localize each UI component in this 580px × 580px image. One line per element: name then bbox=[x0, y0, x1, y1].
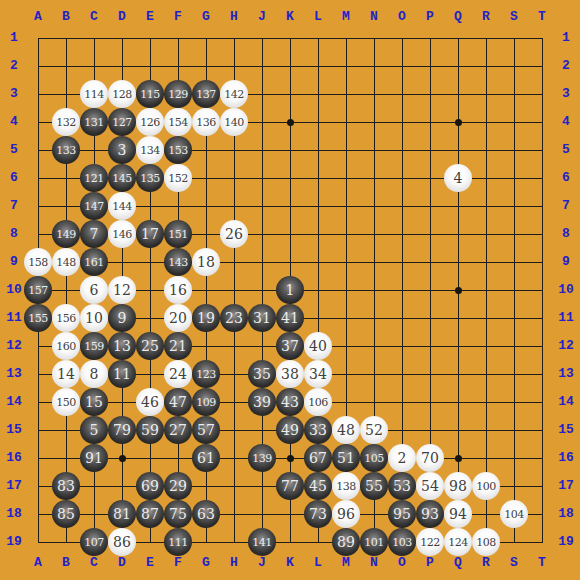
col-label-bottom-H: H bbox=[222, 554, 246, 572]
stone-black-J14[interactable]: 39 bbox=[248, 388, 276, 416]
stone-black-F5[interactable]: 153 bbox=[164, 136, 192, 164]
col-label-bottom-D: D bbox=[110, 554, 134, 572]
row-label-right-3: 3 bbox=[554, 85, 578, 103]
stone-white-Q19[interactable]: 124 bbox=[444, 528, 472, 556]
stone-black-C9[interactable]: 161 bbox=[80, 248, 108, 276]
stone-white-P19[interactable]: 122 bbox=[416, 528, 444, 556]
stone-white-E14[interactable]: 46 bbox=[136, 388, 164, 416]
stone-black-K15[interactable]: 49 bbox=[276, 416, 304, 444]
stone-white-G4[interactable]: 136 bbox=[192, 108, 220, 136]
stone-white-S18[interactable]: 104 bbox=[500, 500, 528, 528]
stone-black-K14[interactable]: 43 bbox=[276, 388, 304, 416]
row-label-left-11: 11 bbox=[2, 309, 26, 327]
col-label-top-D: D bbox=[110, 8, 134, 26]
row-label-right-9: 9 bbox=[554, 253, 578, 271]
row-label-right-16: 16 bbox=[554, 449, 578, 467]
stone-black-M19[interactable]: 89 bbox=[332, 528, 360, 556]
row-label-right-18: 18 bbox=[554, 505, 578, 523]
row-label-right-2: 2 bbox=[554, 57, 578, 75]
stone-black-L18[interactable]: 73 bbox=[304, 500, 332, 528]
stone-black-G15[interactable]: 57 bbox=[192, 416, 220, 444]
stone-black-G13[interactable]: 123 bbox=[192, 360, 220, 388]
stone-black-C16[interactable]: 91 bbox=[80, 444, 108, 472]
stone-white-D7[interactable]: 144 bbox=[108, 192, 136, 220]
row-label-right-19: 19 bbox=[554, 533, 578, 551]
stone-white-L14[interactable]: 106 bbox=[304, 388, 332, 416]
row-label-left-19: 19 bbox=[2, 533, 26, 551]
row-label-left-18: 18 bbox=[2, 505, 26, 523]
stone-white-G9[interactable]: 18 bbox=[192, 248, 220, 276]
stone-black-J19[interactable]: 141 bbox=[248, 528, 276, 556]
stone-black-F15[interactable]: 27 bbox=[164, 416, 192, 444]
stone-black-D5[interactable]: 3 bbox=[108, 136, 136, 164]
stone-black-F18[interactable]: 75 bbox=[164, 500, 192, 528]
stone-black-K10[interactable]: 1 bbox=[276, 276, 304, 304]
stone-white-K13[interactable]: 38 bbox=[276, 360, 304, 388]
col-label-bottom-R: R bbox=[474, 554, 498, 572]
stone-black-P18[interactable]: 93 bbox=[416, 500, 444, 528]
col-label-top-L: L bbox=[306, 8, 330, 26]
row-label-left-16: 16 bbox=[2, 449, 26, 467]
col-label-top-G: G bbox=[194, 8, 218, 26]
stone-white-P17[interactable]: 54 bbox=[416, 472, 444, 500]
stone-black-G18[interactable]: 63 bbox=[192, 500, 220, 528]
stone-black-B18[interactable]: 85 bbox=[52, 500, 80, 528]
star-point-K4 bbox=[287, 119, 294, 126]
stone-black-O18[interactable]: 95 bbox=[388, 500, 416, 528]
stone-white-M18[interactable]: 96 bbox=[332, 500, 360, 528]
stone-black-B8[interactable]: 149 bbox=[52, 220, 80, 248]
col-label-top-H: H bbox=[222, 8, 246, 26]
stone-black-L16[interactable]: 67 bbox=[304, 444, 332, 472]
stone-white-B12[interactable]: 160 bbox=[52, 332, 80, 360]
stone-white-C3[interactable]: 114 bbox=[80, 80, 108, 108]
col-label-bottom-O: O bbox=[390, 554, 414, 572]
stone-black-D12[interactable]: 13 bbox=[108, 332, 136, 360]
col-label-top-F: F bbox=[166, 8, 190, 26]
stone-black-C15[interactable]: 5 bbox=[80, 416, 108, 444]
row-label-left-3: 3 bbox=[2, 85, 26, 103]
stone-white-H3[interactable]: 142 bbox=[220, 80, 248, 108]
row-label-left-13: 13 bbox=[2, 365, 26, 383]
stone-black-E3[interactable]: 115 bbox=[136, 80, 164, 108]
stone-white-E5[interactable]: 134 bbox=[136, 136, 164, 164]
col-label-top-A: A bbox=[26, 8, 50, 26]
stone-black-B17[interactable]: 83 bbox=[52, 472, 80, 500]
stone-white-A9[interactable]: 158 bbox=[24, 248, 52, 276]
row-label-left-2: 2 bbox=[2, 57, 26, 75]
stone-white-R17[interactable]: 100 bbox=[472, 472, 500, 500]
stone-black-B5[interactable]: 133 bbox=[52, 136, 80, 164]
row-label-right-13: 13 bbox=[554, 365, 578, 383]
stone-black-F8[interactable]: 151 bbox=[164, 220, 192, 248]
stone-black-J16[interactable]: 139 bbox=[248, 444, 276, 472]
stone-white-B4[interactable]: 132 bbox=[52, 108, 80, 136]
stone-black-H11[interactable]: 23 bbox=[220, 304, 248, 332]
col-label-top-B: B bbox=[54, 8, 78, 26]
stone-white-D8[interactable]: 146 bbox=[108, 220, 136, 248]
row-label-right-4: 4 bbox=[554, 113, 578, 131]
stone-white-D10[interactable]: 12 bbox=[108, 276, 136, 304]
row-label-right-6: 6 bbox=[554, 169, 578, 187]
stone-black-C4[interactable]: 131 bbox=[80, 108, 108, 136]
stone-black-A11[interactable]: 155 bbox=[24, 304, 52, 332]
stone-white-B13[interactable]: 14 bbox=[52, 360, 80, 388]
row-label-left-10: 10 bbox=[2, 281, 26, 299]
row-label-right-17: 17 bbox=[554, 477, 578, 495]
stone-black-E18[interactable]: 87 bbox=[136, 500, 164, 528]
stone-black-K11[interactable]: 41 bbox=[276, 304, 304, 332]
stone-white-M17[interactable]: 138 bbox=[332, 472, 360, 500]
stone-black-O19[interactable]: 103 bbox=[388, 528, 416, 556]
row-label-left-6: 6 bbox=[2, 169, 26, 187]
row-label-right-7: 7 bbox=[554, 197, 578, 215]
stone-white-B9[interactable]: 148 bbox=[52, 248, 80, 276]
stone-black-F12[interactable]: 21 bbox=[164, 332, 192, 360]
col-label-bottom-A: A bbox=[26, 554, 50, 572]
col-label-top-M: M bbox=[334, 8, 358, 26]
stone-white-C11[interactable]: 10 bbox=[80, 304, 108, 332]
stone-white-L13[interactable]: 34 bbox=[304, 360, 332, 388]
stone-white-F4[interactable]: 154 bbox=[164, 108, 192, 136]
row-label-left-4: 4 bbox=[2, 113, 26, 131]
col-label-top-N: N bbox=[362, 8, 386, 26]
col-label-bottom-G: G bbox=[194, 554, 218, 572]
stone-black-J11[interactable]: 31 bbox=[248, 304, 276, 332]
stone-black-K12[interactable]: 37 bbox=[276, 332, 304, 360]
row-label-right-11: 11 bbox=[554, 309, 578, 327]
row-label-left-14: 14 bbox=[2, 393, 26, 411]
stone-white-C10[interactable]: 6 bbox=[80, 276, 108, 304]
stone-black-E6[interactable]: 135 bbox=[136, 164, 164, 192]
stone-white-F10[interactable]: 16 bbox=[164, 276, 192, 304]
row-label-right-1: 1 bbox=[554, 29, 578, 47]
stone-white-M15[interactable]: 48 bbox=[332, 416, 360, 444]
stone-black-E15[interactable]: 59 bbox=[136, 416, 164, 444]
stone-black-G11[interactable]: 19 bbox=[192, 304, 220, 332]
stone-white-D3[interactable]: 128 bbox=[108, 80, 136, 108]
col-label-top-C: C bbox=[82, 8, 106, 26]
star-point-Q10 bbox=[455, 287, 462, 294]
stone-black-D13[interactable]: 11 bbox=[108, 360, 136, 388]
stone-black-J13[interactable]: 35 bbox=[248, 360, 276, 388]
stone-black-N17[interactable]: 55 bbox=[360, 472, 388, 500]
stone-black-K17[interactable]: 77 bbox=[276, 472, 304, 500]
stone-white-B14[interactable]: 150 bbox=[52, 388, 80, 416]
stone-black-F17[interactable]: 29 bbox=[164, 472, 192, 500]
stone-black-F19[interactable]: 111 bbox=[164, 528, 192, 556]
row-label-left-17: 17 bbox=[2, 477, 26, 495]
stone-black-L15[interactable]: 33 bbox=[304, 416, 332, 444]
stone-white-P16[interactable]: 70 bbox=[416, 444, 444, 472]
col-label-bottom-T: T bbox=[530, 554, 554, 572]
stone-black-F9[interactable]: 143 bbox=[164, 248, 192, 276]
row-label-right-12: 12 bbox=[554, 337, 578, 355]
stone-white-F6[interactable]: 152 bbox=[164, 164, 192, 192]
stone-white-H8[interactable]: 26 bbox=[220, 220, 248, 248]
stone-black-D6[interactable]: 145 bbox=[108, 164, 136, 192]
col-label-bottom-P: P bbox=[418, 554, 442, 572]
col-label-top-J: J bbox=[250, 8, 274, 26]
col-label-bottom-C: C bbox=[82, 554, 106, 572]
stone-white-B11[interactable]: 156 bbox=[52, 304, 80, 332]
stone-black-L17[interactable]: 45 bbox=[304, 472, 332, 500]
stone-white-Q18[interactable]: 94 bbox=[444, 500, 472, 528]
row-label-left-15: 15 bbox=[2, 421, 26, 439]
col-label-bottom-M: M bbox=[334, 554, 358, 572]
col-label-bottom-J: J bbox=[250, 554, 274, 572]
stone-white-Q6[interactable]: 4 bbox=[444, 164, 472, 192]
stone-white-R19[interactable]: 108 bbox=[472, 528, 500, 556]
stone-black-D11[interactable]: 9 bbox=[108, 304, 136, 332]
stone-black-C12[interactable]: 159 bbox=[80, 332, 108, 360]
col-label-top-E: E bbox=[138, 8, 162, 26]
stone-white-F13[interactable]: 24 bbox=[164, 360, 192, 388]
stone-black-C6[interactable]: 121 bbox=[80, 164, 108, 192]
row-label-left-7: 7 bbox=[2, 197, 26, 215]
col-label-bottom-L: L bbox=[306, 554, 330, 572]
stone-black-N19[interactable]: 101 bbox=[360, 528, 388, 556]
star-point-Q16 bbox=[455, 455, 462, 462]
stone-black-E12[interactable]: 25 bbox=[136, 332, 164, 360]
stone-black-A10[interactable]: 157 bbox=[24, 276, 52, 304]
stone-black-D15[interactable]: 79 bbox=[108, 416, 136, 444]
col-label-top-Q: Q bbox=[446, 8, 470, 26]
col-label-top-K: K bbox=[278, 8, 302, 26]
stone-white-D19[interactable]: 86 bbox=[108, 528, 136, 556]
stone-white-Q17[interactable]: 98 bbox=[444, 472, 472, 500]
stone-black-C7[interactable]: 147 bbox=[80, 192, 108, 220]
stone-black-N16[interactable]: 105 bbox=[360, 444, 388, 472]
go-board[interactable]: AABBCCDDEEFFGGHHJJKKLLMMNNOOPPQQRRSSTT11… bbox=[0, 0, 580, 580]
stone-black-F3[interactable]: 129 bbox=[164, 80, 192, 108]
col-label-bottom-K: K bbox=[278, 554, 302, 572]
stone-black-D18[interactable]: 81 bbox=[108, 500, 136, 528]
stone-black-G14[interactable]: 109 bbox=[192, 388, 220, 416]
stone-black-E17[interactable]: 69 bbox=[136, 472, 164, 500]
row-label-right-5: 5 bbox=[554, 141, 578, 159]
stone-black-C19[interactable]: 107 bbox=[80, 528, 108, 556]
stone-black-O17[interactable]: 53 bbox=[388, 472, 416, 500]
col-label-top-T: T bbox=[530, 8, 554, 26]
col-label-top-P: P bbox=[418, 8, 442, 26]
row-label-left-5: 5 bbox=[2, 141, 26, 159]
row-label-right-8: 8 bbox=[554, 225, 578, 243]
stone-black-D4[interactable]: 127 bbox=[108, 108, 136, 136]
col-label-bottom-E: E bbox=[138, 554, 162, 572]
stone-black-F14[interactable]: 47 bbox=[164, 388, 192, 416]
row-label-left-12: 12 bbox=[2, 337, 26, 355]
stone-white-H4[interactable]: 140 bbox=[220, 108, 248, 136]
stone-white-O16[interactable]: 2 bbox=[388, 444, 416, 472]
star-point-K16 bbox=[287, 455, 294, 462]
col-label-bottom-S: S bbox=[502, 554, 526, 572]
row-label-left-1: 1 bbox=[2, 29, 26, 47]
star-point-Q4 bbox=[455, 119, 462, 126]
col-label-top-R: R bbox=[474, 8, 498, 26]
col-label-bottom-F: F bbox=[166, 554, 190, 572]
stone-black-C14[interactable]: 15 bbox=[80, 388, 108, 416]
col-label-top-S: S bbox=[502, 8, 526, 26]
stone-white-C13[interactable]: 8 bbox=[80, 360, 108, 388]
stone-white-N15[interactable]: 52 bbox=[360, 416, 388, 444]
stone-black-C8[interactable]: 7 bbox=[80, 220, 108, 248]
row-label-left-8: 8 bbox=[2, 225, 26, 243]
col-label-top-O: O bbox=[390, 8, 414, 26]
col-label-bottom-B: B bbox=[54, 554, 78, 572]
row-label-right-15: 15 bbox=[554, 421, 578, 439]
stone-white-E4[interactable]: 126 bbox=[136, 108, 164, 136]
star-point-D16 bbox=[119, 455, 126, 462]
stone-black-G16[interactable]: 61 bbox=[192, 444, 220, 472]
stone-black-M16[interactable]: 51 bbox=[332, 444, 360, 472]
row-label-right-14: 14 bbox=[554, 393, 578, 411]
row-label-right-10: 10 bbox=[554, 281, 578, 299]
col-label-bottom-Q: Q bbox=[446, 554, 470, 572]
col-label-bottom-N: N bbox=[362, 554, 386, 572]
row-label-left-9: 9 bbox=[2, 253, 26, 271]
stone-black-E8[interactable]: 17 bbox=[136, 220, 164, 248]
stone-white-L12[interactable]: 40 bbox=[304, 332, 332, 360]
stone-white-F11[interactable]: 20 bbox=[164, 304, 192, 332]
stone-black-G3[interactable]: 137 bbox=[192, 80, 220, 108]
